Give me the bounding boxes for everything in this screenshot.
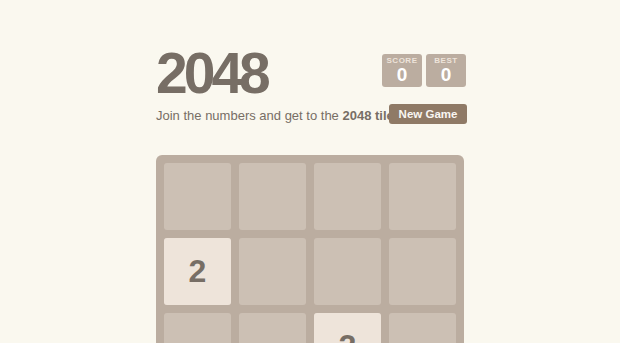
cell-r3c3: 2 [314,313,381,343]
game-board[interactable]: 2 2 [156,155,464,343]
tile-2-r2c1: 2 [164,238,231,305]
game-title: 2048 [156,45,267,102]
cell-r2c4 [389,238,456,305]
score-value: 0 [397,65,408,85]
cell-r1c3 [314,163,381,230]
tile-2-r3c3: 2 [314,313,381,343]
cell-r3c1 [164,313,231,343]
cell-r2c2 [239,238,306,305]
cell-r1c1 [164,163,231,230]
cell-r3c2 [239,313,306,343]
cell-r2c1: 2 [164,238,231,305]
cell-r3c4 [389,313,456,343]
new-game-button[interactable]: New Game [389,104,467,124]
best-box: BEST 0 [426,54,466,87]
cell-r1c4 [389,163,456,230]
scoreboard: SCORE 0 BEST 0 [382,54,466,87]
cell-r2c3 [314,238,381,305]
cell-r1c2 [239,163,306,230]
best-value: 0 [441,65,452,85]
2048-app: 2048 SCORE 0 BEST 0 Join the numbers and… [0,0,620,343]
tagline-regular: Join the numbers and get to the [156,108,342,123]
tagline: Join the numbers and get to the 2048 til… [156,108,398,124]
score-box: SCORE 0 [382,54,422,87]
